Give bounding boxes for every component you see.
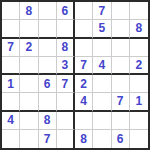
cell-r6c3[interactable]: [39, 93, 57, 111]
cell-r7c5[interactable]: [75, 112, 93, 130]
cell-r1c7[interactable]: [112, 2, 130, 20]
given-digit-r1c6[interactable]: 7: [93, 2, 111, 20]
cell-r3c7[interactable]: [112, 39, 130, 57]
cell-r3c6[interactable]: [93, 39, 111, 57]
given-digit-r1c2[interactable]: 8: [20, 2, 38, 20]
cell-r6c2[interactable]: [20, 93, 38, 111]
given-digit-r7c3[interactable]: 8: [39, 112, 57, 130]
given-digit-r8c3[interactable]: 7: [39, 130, 57, 148]
cell-r2c1[interactable]: [2, 20, 20, 38]
cell-r4c7[interactable]: [112, 57, 130, 75]
cell-r2c5[interactable]: [75, 20, 93, 38]
given-digit-r8c7[interactable]: 6: [112, 130, 130, 148]
given-digit-r5c3[interactable]: 6: [39, 75, 57, 93]
given-digit-r3c2[interactable]: 2: [20, 39, 38, 57]
given-digit-r5c4[interactable]: 7: [57, 75, 75, 93]
given-digit-r7c1[interactable]: 4: [2, 112, 20, 130]
cell-r6c1[interactable]: [2, 93, 20, 111]
given-digit-r3c1[interactable]: 7: [2, 39, 20, 57]
cell-r2c2[interactable]: [20, 20, 38, 38]
cell-r7c8[interactable]: [130, 112, 148, 130]
cell-r7c7[interactable]: [112, 112, 130, 130]
cell-r8c6[interactable]: [93, 130, 111, 148]
cell-r8c4[interactable]: [57, 130, 75, 148]
cell-r3c8[interactable]: [130, 39, 148, 57]
given-digit-r4c8[interactable]: 2: [130, 57, 148, 75]
cell-r2c7[interactable]: [112, 20, 130, 38]
cell-r1c3[interactable]: [39, 2, 57, 20]
given-digit-r2c8[interactable]: 8: [130, 20, 148, 38]
given-digit-r8c5[interactable]: 8: [75, 130, 93, 148]
cell-r8c2[interactable]: [20, 130, 38, 148]
sudoku-board: 867587283742167247148786: [0, 0, 150, 150]
cell-r2c3[interactable]: [39, 20, 57, 38]
given-digit-r4c4[interactable]: 3: [57, 57, 75, 75]
cell-r3c5[interactable]: [75, 39, 93, 57]
cell-r5c7[interactable]: [112, 75, 130, 93]
cell-r7c6[interactable]: [93, 112, 111, 130]
cell-r7c4[interactable]: [57, 112, 75, 130]
cell-r6c6[interactable]: [93, 93, 111, 111]
cell-r5c8[interactable]: [130, 75, 148, 93]
cell-r1c5[interactable]: [75, 2, 93, 20]
cell-r1c8[interactable]: [130, 2, 148, 20]
given-digit-r4c6[interactable]: 4: [93, 57, 111, 75]
cell-r4c1[interactable]: [2, 57, 20, 75]
given-digit-r6c7[interactable]: 7: [112, 93, 130, 111]
given-digit-r6c5[interactable]: 4: [75, 93, 93, 111]
cell-r4c3[interactable]: [39, 57, 57, 75]
given-digit-r2c6[interactable]: 5: [93, 20, 111, 38]
cell-r2c4[interactable]: [57, 20, 75, 38]
cell-r6c4[interactable]: [57, 93, 75, 111]
cell-r5c2[interactable]: [20, 75, 38, 93]
cell-r5c6[interactable]: [93, 75, 111, 93]
cell-r4c2[interactable]: [20, 57, 38, 75]
given-digit-r5c1[interactable]: 1: [2, 75, 20, 93]
given-digit-r6c8[interactable]: 1: [130, 93, 148, 111]
cell-r8c8[interactable]: [130, 130, 148, 148]
given-digit-r5c5[interactable]: 2: [75, 75, 93, 93]
cell-r1c1[interactable]: [2, 2, 20, 20]
given-digit-r3c4[interactable]: 8: [57, 39, 75, 57]
cell-r8c1[interactable]: [2, 130, 20, 148]
given-digit-r4c5[interactable]: 7: [75, 57, 93, 75]
cell-r3c3[interactable]: [39, 39, 57, 57]
cell-r7c2[interactable]: [20, 112, 38, 130]
given-digit-r1c4[interactable]: 6: [57, 2, 75, 20]
